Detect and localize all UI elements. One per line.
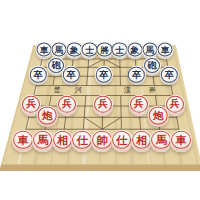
- piece-character: 卒: [34, 70, 43, 79]
- pieces-layer: 車馬象士將士象馬車砲砲卒卒卒卒卒兵兵兵兵兵炮炮車馬相仕帥仕相馬車: [0, 0, 200, 200]
- piece-ring: 車: [171, 131, 191, 149]
- piece-red-horse[interactable]: 馬: [32, 130, 54, 150]
- piece-ring: 兵: [94, 96, 112, 113]
- piece-red-horse[interactable]: 馬: [150, 130, 172, 150]
- piece-character: 車: [161, 45, 170, 54]
- piece-ring: 車: [13, 131, 33, 149]
- piece-ring: 卒: [30, 67, 47, 83]
- piece-character: 車: [40, 45, 49, 54]
- piece-character: 象: [70, 45, 79, 54]
- piece-ring: 卒: [95, 67, 112, 83]
- piece-character: 卒: [165, 70, 174, 79]
- piece-black-soldier[interactable]: 卒: [62, 66, 80, 83]
- piece-red-soldier[interactable]: 兵: [129, 95, 149, 114]
- piece-black-soldier[interactable]: 卒: [95, 66, 113, 83]
- piece-character: 仕: [77, 134, 88, 145]
- piece-ring: 卒: [63, 67, 80, 83]
- piece-character: 車: [175, 134, 186, 145]
- piece-black-soldier[interactable]: 卒: [160, 66, 178, 83]
- piece-character: 卒: [66, 70, 75, 79]
- piece-black-cannon[interactable]: 砲: [143, 57, 161, 74]
- piece-ring: 卒: [161, 67, 178, 83]
- piece-ring: 相: [53, 131, 73, 149]
- piece-character: 將: [100, 45, 109, 54]
- piece-ring: 炮: [38, 107, 56, 124]
- piece-red-cannon[interactable]: 炮: [37, 106, 58, 125]
- piece-ring: 卒: [128, 67, 145, 83]
- piece-ring: 將: [97, 42, 113, 57]
- photo-background: 楚河漢界 車馬象士將士象馬車砲砲卒卒卒卒卒兵兵兵兵兵炮炮車馬相仕帥仕相馬車: [0, 0, 200, 200]
- piece-red-elephant[interactable]: 相: [131, 130, 153, 150]
- piece-character: 卒: [99, 70, 108, 79]
- piece-character: 兵: [134, 99, 144, 109]
- piece-ring: 相: [132, 131, 152, 149]
- piece-character: 馬: [146, 45, 155, 54]
- piece-character: 砲: [52, 61, 61, 70]
- piece-character: 帥: [96, 134, 107, 145]
- piece-ring: 仕: [112, 131, 132, 149]
- piece-red-chariot[interactable]: 車: [12, 130, 34, 150]
- piece-ring: 仕: [72, 131, 92, 149]
- piece-character: 士: [115, 45, 124, 54]
- piece-ring: 馬: [33, 131, 53, 149]
- piece-character: 兵: [170, 99, 180, 109]
- piece-red-soldier[interactable]: 兵: [57, 95, 77, 114]
- piece-ring: 士: [112, 42, 128, 57]
- piece-black-soldier[interactable]: 卒: [127, 66, 145, 83]
- piece-character: 炮: [42, 110, 52, 120]
- piece-red-cannon[interactable]: 炮: [148, 106, 169, 125]
- piece-black-soldier[interactable]: 卒: [29, 66, 47, 83]
- piece-character: 仕: [116, 134, 127, 145]
- piece-character: 馬: [55, 45, 64, 54]
- piece-ring: 車: [36, 42, 52, 57]
- piece-character: 士: [85, 45, 94, 54]
- piece-character: 相: [136, 134, 147, 145]
- piece-character: 卒: [132, 70, 141, 79]
- piece-character: 砲: [147, 61, 156, 70]
- piece-black-chariot[interactable]: 車: [157, 42, 174, 58]
- piece-red-advisor[interactable]: 仕: [71, 130, 93, 150]
- piece-red-general[interactable]: 帥: [91, 130, 113, 150]
- piece-character: 兵: [26, 99, 36, 109]
- piece-red-soldier[interactable]: 兵: [93, 95, 113, 114]
- piece-red-advisor[interactable]: 仕: [111, 130, 133, 150]
- piece-character: 兵: [62, 99, 72, 109]
- piece-ring: 象: [67, 42, 83, 57]
- piece-ring: 兵: [130, 96, 148, 113]
- piece-character: 車: [17, 134, 28, 145]
- piece-ring: 士: [82, 42, 98, 57]
- piece-ring: 象: [127, 42, 143, 57]
- piece-character: 馬: [37, 134, 48, 145]
- piece-character: 馬: [156, 134, 167, 145]
- piece-red-chariot[interactable]: 車: [170, 130, 192, 150]
- piece-character: 象: [131, 45, 140, 54]
- piece-ring: 炮: [149, 107, 167, 124]
- piece-ring: 車: [157, 42, 173, 57]
- piece-character: 炮: [153, 110, 163, 120]
- piece-red-elephant[interactable]: 相: [52, 130, 74, 150]
- piece-ring: 兵: [166, 96, 184, 113]
- piece-character: 兵: [98, 99, 108, 109]
- piece-ring: 馬: [151, 131, 171, 149]
- piece-character: 相: [57, 134, 68, 145]
- piece-ring: 帥: [92, 131, 112, 149]
- piece-ring: 馬: [51, 42, 67, 57]
- piece-ring: 砲: [144, 58, 160, 73]
- piece-ring: 兵: [58, 96, 76, 113]
- piece-ring: 馬: [142, 42, 158, 57]
